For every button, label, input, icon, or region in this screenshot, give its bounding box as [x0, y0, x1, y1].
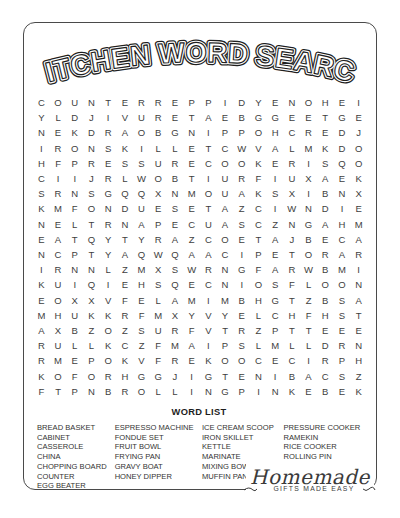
grid-cell-r3c14: O	[250, 125, 267, 140]
grid-cell-r1c10: P	[183, 95, 200, 110]
grid-cell-r1c7: R	[133, 95, 150, 110]
grid-cell-r18c19: P	[334, 353, 351, 368]
grid-cell-r3c11: I	[200, 125, 217, 140]
grid-cell-r6c8: O	[150, 171, 167, 186]
grid-cell-r20c15: N	[267, 384, 284, 399]
word-list-item: IRON SKILLET	[202, 433, 284, 443]
title-text: KITCHEN WORD SEARCH	[30, 28, 358, 88]
grid-cell-r5c9: R	[167, 156, 184, 171]
grid-cell-r1c19: E	[334, 95, 351, 110]
grid-cell-r18c4: P	[83, 353, 100, 368]
grid-cell-r12c3: N	[66, 262, 83, 277]
grid-cell-r11c9: Q	[167, 247, 184, 262]
grid-cell-r8c4: O	[83, 201, 100, 216]
worksheet-page: KITCHEN WORD SEARCH KITCHEN WORD SEARCH …	[0, 0, 400, 518]
grid-cell-r8c10: E	[183, 201, 200, 216]
grid-cell-r4c10: E	[183, 141, 200, 156]
grid-cell-r3c20: J	[350, 125, 367, 140]
grid-cell-r19c17: A	[300, 369, 317, 384]
grid-cell-r7c2: R	[50, 186, 67, 201]
grid-cell-r9c16: N	[284, 217, 301, 232]
grid-cell-r7c15: S	[267, 186, 284, 201]
grid-cell-r14c4: X	[83, 293, 100, 308]
grid-cell-r11c20: R	[350, 247, 367, 262]
grid-cell-r9c5: R	[100, 217, 117, 232]
grid-cell-r3c19: D	[334, 125, 351, 140]
grid-cell-r16c4: Z	[83, 323, 100, 338]
grid-cell-r19c4: O	[83, 369, 100, 384]
grid-cell-r3c5: R	[100, 125, 117, 140]
grid-cell-r19c6: H	[117, 369, 134, 384]
grid-cell-r7c12: U	[217, 186, 234, 201]
grid-cell-r12c17: W	[300, 262, 317, 277]
grid-cell-r20c5: B	[100, 384, 117, 399]
grid-cell-r13c10: E	[183, 277, 200, 292]
grid-cell-r12c16: R	[284, 262, 301, 277]
grid-cell-r20c16: K	[284, 384, 301, 399]
grid-cell-r6c9: B	[167, 171, 184, 186]
grid-cell-r5c5: E	[100, 156, 117, 171]
grid-cell-r16c8: U	[150, 323, 167, 338]
grid-cell-r16c3: B	[66, 323, 83, 338]
grid-cell-r1c15: E	[267, 95, 284, 110]
grid-cell-r7c19: N	[334, 186, 351, 201]
grid-cell-r10c17: B	[300, 232, 317, 247]
logo-flourish-left-icon	[244, 483, 258, 495]
grid-cell-r14c3: X	[66, 293, 83, 308]
grid-cell-r18c14: C	[250, 353, 267, 368]
grid-cell-r13c20: N	[350, 277, 367, 292]
grid-cell-r4c9: L	[167, 141, 184, 156]
grid-cell-r6c12: U	[217, 171, 234, 186]
svg-text:KITCHEN WORD SEARCH: KITCHEN WORD SEARCH	[30, 28, 358, 88]
word-list-item: CABINET	[37, 433, 115, 443]
grid-cell-r4c15: A	[267, 141, 284, 156]
grid-cell-r16c18: E	[317, 323, 334, 338]
grid-cell-r16c12: T	[217, 323, 234, 338]
grid-cell-r15c6: R	[117, 308, 134, 323]
grid-cell-r6c19: E	[334, 171, 351, 186]
grid-cell-r19c18: C	[317, 369, 334, 384]
grid-cell-r5c10: E	[183, 156, 200, 171]
grid-cell-r10c18: E	[317, 232, 334, 247]
grid-cell-r18c1: R	[33, 353, 50, 368]
grid-cell-r6c7: W	[133, 171, 150, 186]
grid-cell-r2c10: T	[183, 110, 200, 125]
grid-cell-r10c8: R	[150, 232, 167, 247]
word-list-item: COUNTER	[37, 472, 115, 482]
grid-cell-r15c18: H	[317, 308, 334, 323]
grid-cell-r17c14: L	[250, 338, 267, 353]
grid-cell-r14c13: B	[233, 293, 250, 308]
grid-cell-r14c17: Z	[300, 293, 317, 308]
grid-cell-r18c7: V	[133, 353, 150, 368]
grid-cell-r7c11: O	[200, 186, 217, 201]
grid-cell-r9c20: M	[350, 217, 367, 232]
grid-cell-r11c16: T	[284, 247, 301, 262]
grid-cell-r8c16: W	[284, 201, 301, 216]
grid-cell-r3c4: D	[83, 125, 100, 140]
grid-cell-r11c11: A	[200, 247, 217, 262]
grid-cell-r12c18: B	[317, 262, 334, 277]
grid-cell-r18c10: E	[183, 353, 200, 368]
grid-cell-r12c11: R	[200, 262, 217, 277]
grid-cell-r13c17: L	[300, 277, 317, 292]
grid-cell-r8c14: C	[250, 201, 267, 216]
grid-cell-r13c13: I	[233, 277, 250, 292]
word-list-item: BREAD BASKET	[37, 423, 115, 433]
grid-cell-r8c15: I	[267, 201, 284, 216]
grid-cell-r16c10: F	[183, 323, 200, 338]
grid-cell-r4c17: M	[300, 141, 317, 156]
grid-cell-r10c1: E	[33, 232, 50, 247]
grid-cell-r18c12: O	[217, 353, 234, 368]
grid-cell-r7c18: B	[317, 186, 334, 201]
grid-cell-r13c14: O	[250, 277, 267, 292]
grid-cell-r17c1: R	[33, 338, 50, 353]
grid-cell-r10c3: T	[66, 232, 83, 247]
grid-cell-r13c19: O	[334, 277, 351, 292]
grid-cell-r18c2: M	[50, 353, 67, 368]
grid-cell-r1c20: I	[350, 95, 367, 110]
grid-cell-r10c7: Y	[133, 232, 150, 247]
grid-cell-r4c4: N	[83, 141, 100, 156]
grid-cell-r4c20: O	[350, 141, 367, 156]
grid-cell-r11c5: Y	[100, 247, 117, 262]
grid-cell-r16c15: P	[267, 323, 284, 338]
grid-cell-r6c3: I	[66, 171, 83, 186]
grid-cell-r3c7: O	[133, 125, 150, 140]
grid-cell-r17c15: M	[267, 338, 284, 353]
grid-cell-r1c18: H	[317, 95, 334, 110]
grid-cell-r7c17: I	[300, 186, 317, 201]
grid-cell-r3c18: E	[317, 125, 334, 140]
grid-cell-r1c11: P	[200, 95, 217, 110]
grid-cell-r15c1: M	[33, 308, 50, 323]
grid-cell-r18c20: H	[350, 353, 367, 368]
grid-cell-r4c1: I	[33, 141, 50, 156]
grid-cell-r19c13: E	[233, 369, 250, 384]
grid-cell-r17c10: A	[183, 338, 200, 353]
grid-cell-r18c18: R	[317, 353, 334, 368]
grid-cell-r4c19: D	[334, 141, 351, 156]
grid-cell-r3c10: N	[183, 125, 200, 140]
grid-cell-r11c18: R	[317, 247, 334, 262]
grid-cell-r17c16: L	[284, 338, 301, 353]
grid-cell-r6c20: K	[350, 171, 367, 186]
grid-cell-r12c13: G	[233, 262, 250, 277]
grid-cell-r8c3: F	[66, 201, 83, 216]
grid-cell-r10c11: C	[200, 232, 217, 247]
grid-cell-r15c11: V	[200, 308, 217, 323]
grid-cell-r5c13: O	[233, 156, 250, 171]
logo-flourish-right-icon	[362, 483, 376, 495]
grid-cell-r15c3: U	[66, 308, 83, 323]
grid-cell-r13c1: K	[33, 277, 50, 292]
grid-cell-r17c19: R	[334, 338, 351, 353]
grid-cell-r11c8: W	[150, 247, 167, 262]
grid-cell-r9c6: N	[117, 217, 134, 232]
grid-cell-r9c12: A	[217, 217, 234, 232]
grid-cell-r12c2: R	[50, 262, 67, 277]
word-list-item: FRUIT BOWL	[115, 442, 202, 452]
grid-cell-r6c15: I	[267, 171, 284, 186]
grid-cell-r5c17: I	[300, 156, 317, 171]
grid-cell-r9c17: G	[300, 217, 317, 232]
grid-cell-r3c15: H	[267, 125, 284, 140]
word-list-item: HONEY DIPPER	[115, 472, 202, 482]
grid-cell-r19c2: O	[50, 369, 67, 384]
grid-cell-r9c1: N	[33, 217, 50, 232]
grid-cell-r2c8: R	[150, 110, 167, 125]
grid-cell-r11c1: N	[33, 247, 50, 262]
grid-cell-r16c13: R	[233, 323, 250, 338]
grid-cell-r4c14: V	[250, 141, 267, 156]
grid-cell-r15c2: H	[50, 308, 67, 323]
grid-cell-r8c1: K	[33, 201, 50, 216]
grid-cell-r16c19: E	[334, 323, 351, 338]
grid-cell-r14c7: E	[133, 293, 150, 308]
grid-cell-r20c8: L	[150, 384, 167, 399]
word-list-item: GRAVY BOAT	[115, 462, 202, 472]
grid-cell-r17c17: L	[300, 338, 317, 353]
grid-cell-r6c5: R	[100, 171, 117, 186]
grid-cell-r1c17: O	[300, 95, 317, 110]
grid-cell-r19c9: J	[167, 369, 184, 384]
grid-cell-r10c19: C	[334, 232, 351, 247]
grid-cell-r16c16: T	[284, 323, 301, 338]
grid-cell-r20c14: I	[250, 384, 267, 399]
grid-cell-r10c20: A	[350, 232, 367, 247]
grid-cell-r2c11: A	[200, 110, 217, 125]
grid-cell-r2c7: U	[133, 110, 150, 125]
grid-cell-r18c6: K	[117, 353, 134, 368]
grid-cell-r15c15: C	[267, 308, 284, 323]
grid-cell-r16c17: T	[300, 323, 317, 338]
grid-cell-r9c15: Z	[267, 217, 284, 232]
grid-cell-r15c8: M	[150, 308, 167, 323]
grid-cell-r20c4: N	[83, 384, 100, 399]
grid-cell-r14c1: E	[33, 293, 50, 308]
grid-cell-r1c5: T	[100, 95, 117, 110]
grid-cell-r18c15: E	[267, 353, 284, 368]
grid-cell-r13c9: Q	[167, 277, 184, 292]
grid-cell-r2c3: D	[66, 110, 83, 125]
grid-cell-r14c19: S	[334, 293, 351, 308]
grid-cell-r11c3: P	[66, 247, 83, 262]
grid-cell-r12c8: X	[150, 262, 167, 277]
grid-cell-r13c6: E	[117, 277, 134, 292]
grid-cell-r17c7: Z	[133, 338, 150, 353]
grid-cell-r3c17: R	[300, 125, 317, 140]
grid-cell-r7c10: M	[183, 186, 200, 201]
grid-cell-r17c5: K	[100, 338, 117, 353]
grid-cell-r17c4: L	[83, 338, 100, 353]
grid-cell-r20c9: L	[167, 384, 184, 399]
grid-cell-r13c16: F	[284, 277, 301, 292]
grid-cell-r17c6: C	[117, 338, 134, 353]
grid-cell-r5c6: S	[117, 156, 134, 171]
grid-cell-r6c18: A	[317, 171, 334, 186]
grid-cell-r12c4: N	[83, 262, 100, 277]
grid-cell-r4c2: R	[50, 141, 67, 156]
grid-cell-r2c20: E	[350, 110, 367, 125]
grid-cell-r7c5: G	[100, 186, 117, 201]
grid-cell-r20c6: R	[117, 384, 134, 399]
grid-cell-r10c10: Z	[183, 232, 200, 247]
grid-cell-r17c11: I	[200, 338, 217, 353]
grid-cell-r11c13: I	[233, 247, 250, 262]
grid-cell-r3c13: P	[233, 125, 250, 140]
grid-cell-r10c2: A	[50, 232, 67, 247]
grid-cell-r19c7: G	[133, 369, 150, 384]
grid-cell-r20c3: P	[66, 384, 83, 399]
grid-cell-r2c18: T	[317, 110, 334, 125]
grid-cell-r19c16: B	[284, 369, 301, 384]
grid-cell-r17c2: U	[50, 338, 67, 353]
grid-cell-r11c10: A	[183, 247, 200, 262]
grid-cell-r12c12: N	[217, 262, 234, 277]
grid-cell-r19c1: K	[33, 369, 50, 384]
grid-cell-r20c17: E	[300, 384, 317, 399]
grid-cell-r10c5: Y	[100, 232, 117, 247]
grid-cell-r16c20: E	[350, 323, 367, 338]
grid-cell-r3c6: A	[117, 125, 134, 140]
grid-cell-r8c18: D	[317, 201, 334, 216]
word-list-item: ICE CREAM SCOOP	[202, 423, 284, 433]
grid-cell-r13c3: I	[66, 277, 83, 292]
grid-cell-r8c2: M	[50, 201, 67, 216]
grid-cell-r5c15: E	[267, 156, 284, 171]
grid-cell-r9c8: P	[150, 217, 167, 232]
grid-cell-r19c14: N	[250, 369, 267, 384]
grid-cell-r16c11: V	[200, 323, 217, 338]
grid-cell-r19c20: Z	[350, 369, 367, 384]
grid-cell-r15c7: F	[133, 308, 150, 323]
grid-cell-r6c1: C	[33, 171, 50, 186]
word-list-column-2: ESPRESSO MACHINEFONDUE SETFRUIT BOWLFRYI…	[115, 423, 202, 491]
word-list-item: EGG BEATER	[37, 481, 115, 491]
grid-cell-r6c4: J	[83, 171, 100, 186]
grid-cell-r19c19: S	[334, 369, 351, 384]
word-list-item: RAMEKIN	[284, 433, 367, 443]
grid-cell-r20c10: I	[183, 384, 200, 399]
grid-cell-r11c2: C	[50, 247, 67, 262]
grid-cell-r15c13: E	[233, 308, 250, 323]
grid-cell-r16c9: R	[167, 323, 184, 338]
grid-cell-r8c11: T	[200, 201, 217, 216]
grid-cell-r20c7: O	[133, 384, 150, 399]
grid-cell-r6c17: X	[300, 171, 317, 186]
grid-cell-r17c8: F	[150, 338, 167, 353]
grid-cell-r5c16: R	[284, 156, 301, 171]
grid-cell-r12c7: M	[133, 262, 150, 277]
grid-cell-r11c15: E	[267, 247, 284, 262]
grid-cell-r12c5: L	[100, 262, 117, 277]
grid-cell-r1c4: N	[83, 95, 100, 110]
grid-cell-r20c1: F	[33, 384, 50, 399]
grid-cell-r10c9: A	[167, 232, 184, 247]
grid-cell-r11c12: C	[217, 247, 234, 262]
grid-cell-r5c11: C	[200, 156, 217, 171]
grid-cell-r17c18: D	[317, 338, 334, 353]
grid-cell-r3c12: P	[217, 125, 234, 140]
grid-cell-r7c8: X	[150, 186, 167, 201]
page-title: KITCHEN WORD SEARCH KITCHEN WORD SEARCH …	[30, 28, 370, 94]
grid-cell-r20c13: P	[233, 384, 250, 399]
grid-cell-r4c3: O	[66, 141, 83, 156]
grid-cell-r2c13: B	[233, 110, 250, 125]
grid-cell-r13c2: U	[50, 277, 67, 292]
grid-cell-r7c9: N	[167, 186, 184, 201]
grid-cell-r8c13: Z	[233, 201, 250, 216]
grid-cell-r18c9: R	[167, 353, 184, 368]
grid-cell-r12c15: A	[267, 262, 284, 277]
grid-cell-r8c9: S	[167, 201, 184, 216]
grid-cell-r12c14: F	[250, 262, 267, 277]
grid-cell-r11c7: Q	[133, 247, 150, 262]
grid-cell-r6c10: T	[183, 171, 200, 186]
grid-cell-r7c20: X	[350, 186, 367, 201]
grid-cell-r17c3: L	[66, 338, 83, 353]
grid-cell-r15c4: K	[83, 308, 100, 323]
grid-cell-r12c20: I	[350, 262, 367, 277]
grid-cell-r9c13: S	[233, 217, 250, 232]
grid-cell-r3c9: G	[167, 125, 184, 140]
grid-cell-r12c10: W	[183, 262, 200, 277]
grid-cell-r9c10: C	[183, 217, 200, 232]
grid-cell-r20c20: K	[350, 384, 367, 399]
grid-cell-r5c12: O	[217, 156, 234, 171]
brand-logo: Homemade GIFTS MADE EASY	[246, 464, 374, 508]
grid-cell-r9c14: C	[250, 217, 267, 232]
word-list-item: CASSEROLE	[37, 442, 115, 452]
grid-cell-r14c2: O	[50, 293, 67, 308]
grid-cell-r7c13: A	[233, 186, 250, 201]
grid-cell-r10c16: J	[284, 232, 301, 247]
grid-cell-r14c9: A	[167, 293, 184, 308]
grid-cell-r14c15: G	[267, 293, 284, 308]
grid-cell-r5c3: P	[66, 156, 83, 171]
grid-cell-r20c18: B	[317, 384, 334, 399]
grid-cell-r2c19: G	[334, 110, 351, 125]
grid-cell-r8c20: E	[350, 201, 367, 216]
grid-cell-r4c13: W	[233, 141, 250, 156]
grid-cell-r16c2: X	[50, 323, 67, 338]
grid-cell-r6c16: U	[284, 171, 301, 186]
grid-cell-r10c6: T	[117, 232, 134, 247]
grid-cell-r12c1: I	[33, 262, 50, 277]
grid-cell-r17c12: P	[217, 338, 234, 353]
grid-cell-r5c14: K	[250, 156, 267, 171]
word-list-item: MARINATE	[202, 452, 284, 462]
word-list-item: FONDUE SET	[115, 433, 202, 443]
grid-cell-r18c17: I	[300, 353, 317, 368]
grid-cell-r2c9: E	[167, 110, 184, 125]
grid-cell-r18c8: F	[150, 353, 167, 368]
grid-cell-r16c6: Z	[117, 323, 134, 338]
grid-cell-r14c8: L	[150, 293, 167, 308]
grid-cell-r8c17: N	[300, 201, 317, 216]
grid-cell-r5c7: S	[133, 156, 150, 171]
grid-cell-r1c6: E	[117, 95, 134, 110]
grid-cell-r4c8: L	[150, 141, 167, 156]
grid-cell-r6c6: L	[117, 171, 134, 186]
word-list-column-1: BREAD BASKETCABINETCASSEROLECHINACHOPPIN…	[37, 423, 115, 491]
grid-cell-r12c19: M	[334, 262, 351, 277]
grid-cell-r4c12: C	[217, 141, 234, 156]
grid-cell-r15c10: Y	[183, 308, 200, 323]
